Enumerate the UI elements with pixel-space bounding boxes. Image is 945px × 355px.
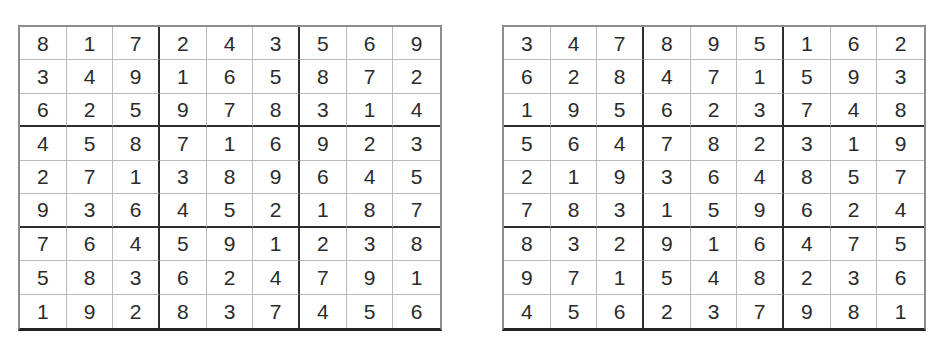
cell-r1c1: 8	[20, 27, 67, 60]
cell-r6c7: 1	[300, 194, 347, 227]
cell-r1c8: 6	[347, 27, 394, 60]
cell-r7c2: 6	[67, 228, 114, 261]
sudoku-grid-right: 3478951626284715931956237485647823192193…	[502, 25, 926, 331]
cell-r9c5: 3	[207, 295, 254, 328]
cell-r8c4: 6	[160, 261, 207, 294]
cell-r3c5: 7	[207, 94, 254, 127]
cell-r1c5: 9	[691, 27, 738, 60]
cell-r6c1: 9	[20, 194, 67, 227]
cell-r1c6: 3	[253, 27, 300, 60]
cell-r9c3: 2	[113, 295, 160, 328]
cell-r5c5: 6	[691, 161, 738, 194]
cell-r3c1: 1	[504, 94, 551, 127]
cell-r3c6: 3	[737, 94, 784, 127]
cell-r4c5: 1	[207, 127, 254, 160]
cell-r2c8: 7	[347, 60, 394, 93]
cell-r8c8: 9	[347, 261, 394, 294]
cell-r1c9: 9	[393, 27, 440, 60]
cell-r1c5: 4	[207, 27, 254, 60]
cell-r3c6: 8	[253, 94, 300, 127]
cell-r1c8: 6	[831, 27, 878, 60]
cell-r6c5: 5	[691, 194, 738, 227]
cell-r8c5: 4	[691, 261, 738, 294]
cell-r9c6: 7	[253, 295, 300, 328]
cell-r2c4: 4	[644, 60, 691, 93]
cell-r6c6: 9	[737, 194, 784, 227]
cell-r1c4: 2	[160, 27, 207, 60]
cell-r4c6: 2	[737, 127, 784, 160]
cell-r7c5: 9	[207, 228, 254, 261]
cell-r7c8: 7	[831, 228, 878, 261]
cell-r4c1: 5	[504, 127, 551, 160]
cell-r2c3: 8	[597, 60, 644, 93]
cell-r9c8: 8	[831, 295, 878, 328]
cell-r7c9: 8	[393, 228, 440, 261]
cell-r7c7: 4	[784, 228, 831, 261]
cell-r7c3: 2	[597, 228, 644, 261]
cell-r2c8: 9	[831, 60, 878, 93]
cell-r4c8: 1	[831, 127, 878, 160]
cell-r2c7: 8	[300, 60, 347, 93]
cell-r8c5: 2	[207, 261, 254, 294]
cell-r3c3: 5	[597, 94, 644, 127]
cell-r6c6: 2	[253, 194, 300, 227]
cell-r9c7: 4	[300, 295, 347, 328]
cell-r6c4: 4	[160, 194, 207, 227]
cell-r9c5: 3	[691, 295, 738, 328]
cell-r1c6: 5	[737, 27, 784, 60]
cell-r5c9: 7	[877, 161, 924, 194]
cell-r4c4: 7	[644, 127, 691, 160]
cell-r5c6: 4	[737, 161, 784, 194]
cell-r6c2: 3	[67, 194, 114, 227]
cell-r8c9: 6	[877, 261, 924, 294]
cell-r3c7: 7	[784, 94, 831, 127]
cell-r9c9: 6	[393, 295, 440, 328]
cell-r1c9: 2	[877, 27, 924, 60]
cell-r3c4: 9	[160, 94, 207, 127]
cell-r4c1: 4	[20, 127, 67, 160]
cell-r4c9: 3	[393, 127, 440, 160]
cell-r3c9: 4	[393, 94, 440, 127]
cell-r9c3: 6	[597, 295, 644, 328]
cell-r4c7: 3	[784, 127, 831, 160]
cell-r2c1: 3	[20, 60, 67, 93]
cell-r1c3: 7	[113, 27, 160, 60]
cell-r2c7: 5	[784, 60, 831, 93]
cell-r6c1: 7	[504, 194, 551, 227]
cell-r3c2: 9	[551, 94, 598, 127]
cell-r9c4: 2	[644, 295, 691, 328]
cell-r4c3: 4	[597, 127, 644, 160]
cell-r2c6: 5	[253, 60, 300, 93]
cell-r6c3: 6	[113, 194, 160, 227]
cell-r7c5: 1	[691, 228, 738, 261]
cell-r8c2: 8	[67, 261, 114, 294]
cell-r2c3: 9	[113, 60, 160, 93]
cell-r6c3: 3	[597, 194, 644, 227]
cell-r5c3: 9	[597, 161, 644, 194]
cell-r3c2: 2	[67, 94, 114, 127]
cell-r4c6: 6	[253, 127, 300, 160]
cell-r7c6: 1	[253, 228, 300, 261]
cell-r2c5: 6	[207, 60, 254, 93]
cell-r9c7: 9	[784, 295, 831, 328]
cell-r5c1: 2	[20, 161, 67, 194]
cell-r5c7: 8	[784, 161, 831, 194]
cell-r7c9: 5	[877, 228, 924, 261]
cell-r7c1: 8	[504, 228, 551, 261]
cell-r9c6: 7	[737, 295, 784, 328]
cell-r4c4: 7	[160, 127, 207, 160]
sudoku-grid-left: 8172435693491658726259783144587169232713…	[18, 25, 442, 331]
cell-r5c2: 1	[551, 161, 598, 194]
cell-r1c2: 4	[551, 27, 598, 60]
cell-r4c7: 9	[300, 127, 347, 160]
cell-r2c2: 2	[551, 60, 598, 93]
cell-r9c8: 5	[347, 295, 394, 328]
cell-r4c2: 5	[67, 127, 114, 160]
cell-r3c3: 5	[113, 94, 160, 127]
cell-r7c2: 3	[551, 228, 598, 261]
cell-r6c4: 1	[644, 194, 691, 227]
cell-r5c1: 2	[504, 161, 551, 194]
cell-r1c1: 3	[504, 27, 551, 60]
cell-r8c4: 5	[644, 261, 691, 294]
cell-r8c2: 7	[551, 261, 598, 294]
cell-r8c1: 9	[504, 261, 551, 294]
cell-r8c6: 8	[737, 261, 784, 294]
cell-r7c1: 7	[20, 228, 67, 261]
cell-r9c2: 9	[67, 295, 114, 328]
cell-r5c9: 5	[393, 161, 440, 194]
cell-r3c7: 3	[300, 94, 347, 127]
cell-r3c8: 1	[347, 94, 394, 127]
cell-r2c9: 2	[393, 60, 440, 93]
cell-r7c6: 6	[737, 228, 784, 261]
cell-r6c7: 6	[784, 194, 831, 227]
cell-r5c2: 7	[67, 161, 114, 194]
cell-r7c7: 2	[300, 228, 347, 261]
cell-r8c9: 1	[393, 261, 440, 294]
cell-r3c4: 6	[644, 94, 691, 127]
cell-r2c5: 7	[691, 60, 738, 93]
cell-r7c3: 4	[113, 228, 160, 261]
cell-r5c7: 6	[300, 161, 347, 194]
cell-r1c3: 7	[597, 27, 644, 60]
cell-r5c6: 9	[253, 161, 300, 194]
cell-r2c2: 4	[67, 60, 114, 93]
cell-r1c7: 1	[784, 27, 831, 60]
cell-r8c7: 7	[300, 261, 347, 294]
cell-r6c9: 4	[877, 194, 924, 227]
cell-r9c1: 4	[504, 295, 551, 328]
cell-r2c9: 3	[877, 60, 924, 93]
sudoku-boards-container: 8172435693491658726259783144587169232713…	[18, 25, 926, 331]
cell-r9c2: 5	[551, 295, 598, 328]
cell-r7c4: 9	[644, 228, 691, 261]
cell-r5c3: 1	[113, 161, 160, 194]
cell-r6c2: 8	[551, 194, 598, 227]
cell-r5c4: 3	[160, 161, 207, 194]
cell-r6c8: 8	[347, 194, 394, 227]
cell-r4c3: 8	[113, 127, 160, 160]
cell-r3c1: 6	[20, 94, 67, 127]
cell-r5c4: 3	[644, 161, 691, 194]
cell-r8c7: 2	[784, 261, 831, 294]
cell-r2c1: 6	[504, 60, 551, 93]
cell-r2c6: 1	[737, 60, 784, 93]
cell-r8c3: 3	[113, 261, 160, 294]
cell-r5c8: 5	[831, 161, 878, 194]
cell-r4c5: 8	[691, 127, 738, 160]
page: 8172435693491658726259783144587169232713…	[0, 0, 945, 355]
cell-r3c5: 2	[691, 94, 738, 127]
cell-r6c9: 7	[393, 194, 440, 227]
cell-r1c7: 5	[300, 27, 347, 60]
cell-r7c8: 3	[347, 228, 394, 261]
cell-r4c9: 9	[877, 127, 924, 160]
cell-r5c5: 8	[207, 161, 254, 194]
cell-r3c8: 4	[831, 94, 878, 127]
cell-r3c9: 8	[877, 94, 924, 127]
cell-r9c1: 1	[20, 295, 67, 328]
cell-r5c8: 4	[347, 161, 394, 194]
cell-r8c6: 4	[253, 261, 300, 294]
cell-r4c8: 2	[347, 127, 394, 160]
cell-r8c3: 1	[597, 261, 644, 294]
cell-r8c8: 3	[831, 261, 878, 294]
cell-r1c2: 1	[67, 27, 114, 60]
cell-r6c5: 5	[207, 194, 254, 227]
cell-r4c2: 6	[551, 127, 598, 160]
cell-r7c4: 5	[160, 228, 207, 261]
cell-r6c8: 2	[831, 194, 878, 227]
cell-r9c9: 1	[877, 295, 924, 328]
cell-r2c4: 1	[160, 60, 207, 93]
cell-r8c1: 5	[20, 261, 67, 294]
cell-r9c4: 8	[160, 295, 207, 328]
cell-r1c4: 8	[644, 27, 691, 60]
